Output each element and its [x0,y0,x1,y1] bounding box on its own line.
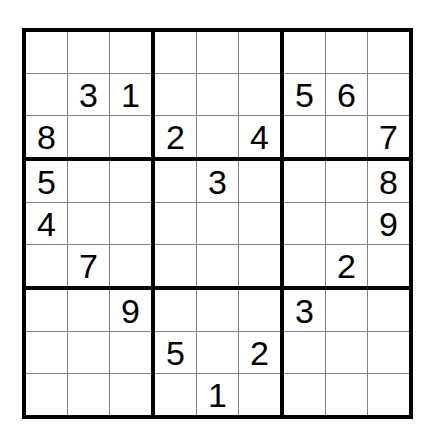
cell-r7c9[interactable] [368,290,409,331]
cell-r1c6[interactable] [239,32,280,73]
cell-r8c4[interactable]: 5 [155,332,196,373]
cell-r2c5[interactable] [197,74,238,115]
cell-r2c8[interactable]: 6 [326,74,367,115]
cell-r1c7[interactable] [284,32,325,73]
cell-r7c8[interactable] [326,290,367,331]
cell-r7c3[interactable]: 9 [110,290,151,331]
cell-r5c4[interactable] [155,203,196,244]
cell-r8c8[interactable] [326,332,367,373]
cell-r2c6[interactable] [239,74,280,115]
cell-r4c6[interactable] [239,161,280,202]
cell-r7c4[interactable] [155,290,196,331]
cell-r6c3[interactable] [110,245,151,286]
cell-r4c5[interactable]: 3 [197,161,238,202]
cell-r9c6[interactable] [239,374,280,415]
cell-r8c2[interactable] [68,332,109,373]
cell-r3c7[interactable] [284,116,325,157]
box-5: 3 [155,161,280,286]
cell-r9c5[interactable]: 1 [197,374,238,415]
cell-r1c9[interactable] [368,32,409,73]
cell-r5c9[interactable]: 9 [368,203,409,244]
cell-r4c8[interactable] [326,161,367,202]
cell-r9c8[interactable] [326,374,367,415]
cell-r3c5[interactable] [197,116,238,157]
cell-r8c6[interactable]: 2 [239,332,280,373]
box-4: 547 [26,161,151,286]
cell-r5c1[interactable]: 4 [26,203,67,244]
cell-r3c4[interactable]: 2 [155,116,196,157]
cell-r2c2[interactable]: 3 [68,74,109,115]
cell-r3c9[interactable]: 7 [368,116,409,157]
cell-r1c5[interactable] [197,32,238,73]
cell-r1c8[interactable] [326,32,367,73]
cell-r6c6[interactable] [239,245,280,286]
cell-r5c7[interactable] [284,203,325,244]
cell-r5c2[interactable] [68,203,109,244]
cell-r8c3[interactable] [110,332,151,373]
cell-r6c9[interactable] [368,245,409,286]
cell-r6c4[interactable] [155,245,196,286]
cell-r9c4[interactable] [155,374,196,415]
cell-r6c2[interactable]: 7 [68,245,109,286]
box-2: 24 [155,32,280,157]
page: 31824567547389295213 [0,0,435,442]
cell-r3c1[interactable]: 8 [26,116,67,157]
cell-r7c1[interactable] [26,290,67,331]
cell-r9c2[interactable] [68,374,109,415]
cell-r2c1[interactable] [26,74,67,115]
box-1: 318 [26,32,151,157]
cell-r1c1[interactable] [26,32,67,73]
cell-r3c3[interactable] [110,116,151,157]
cell-r7c6[interactable] [239,290,280,331]
box-9: 3 [284,290,409,415]
cell-r3c2[interactable] [68,116,109,157]
cell-r6c5[interactable] [197,245,238,286]
cell-r4c1[interactable]: 5 [26,161,67,202]
cell-r6c8[interactable]: 2 [326,245,367,286]
cell-r3c8[interactable] [326,116,367,157]
cell-r8c1[interactable] [26,332,67,373]
sudoku-board: 31824567547389295213 [22,28,413,419]
cell-r8c5[interactable] [197,332,238,373]
cell-r8c9[interactable] [368,332,409,373]
cell-r6c7[interactable] [284,245,325,286]
cell-r1c3[interactable] [110,32,151,73]
cell-r1c2[interactable] [68,32,109,73]
cell-r4c9[interactable]: 8 [368,161,409,202]
cell-r9c7[interactable] [284,374,325,415]
box-3: 567 [284,32,409,157]
cell-r7c7[interactable]: 3 [284,290,325,331]
box-7: 9 [26,290,151,415]
cell-r2c3[interactable]: 1 [110,74,151,115]
box-8: 521 [155,290,280,415]
cell-r5c3[interactable] [110,203,151,244]
cell-r2c4[interactable] [155,74,196,115]
cell-r9c9[interactable] [368,374,409,415]
cell-r4c2[interactable] [68,161,109,202]
cell-r7c2[interactable] [68,290,109,331]
cell-r9c3[interactable] [110,374,151,415]
box-6: 892 [284,161,409,286]
cell-r7c5[interactable] [197,290,238,331]
cell-r4c4[interactable] [155,161,196,202]
cell-r5c5[interactable] [197,203,238,244]
cell-r2c9[interactable] [368,74,409,115]
cell-r4c3[interactable] [110,161,151,202]
cell-r5c6[interactable] [239,203,280,244]
cell-r4c7[interactable] [284,161,325,202]
cell-r3c6[interactable]: 4 [239,116,280,157]
cell-r1c4[interactable] [155,32,196,73]
cell-r8c7[interactable] [284,332,325,373]
cell-r5c8[interactable] [326,203,367,244]
cell-r6c1[interactable] [26,245,67,286]
cell-r2c7[interactable]: 5 [284,74,325,115]
cell-r9c1[interactable] [26,374,67,415]
